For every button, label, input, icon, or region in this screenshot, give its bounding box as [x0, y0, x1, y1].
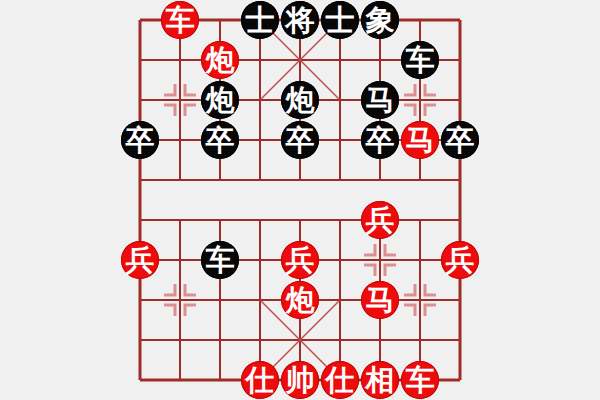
cell-6-3[interactable]: 卒: [360, 120, 400, 160]
cell-5-0[interactable]: 士: [320, 0, 360, 40]
cell-4-6[interactable]: 兵: [280, 240, 320, 280]
piece-black-soldier[interactable]: 卒: [121, 121, 159, 159]
cell-0-9[interactable]: [120, 360, 160, 400]
cell-3-2[interactable]: [240, 80, 280, 120]
cell-4-0[interactable]: 将: [280, 0, 320, 40]
cell-0-4[interactable]: [120, 160, 160, 200]
cell-2-3[interactable]: 卒: [200, 120, 240, 160]
cell-8-4[interactable]: [440, 160, 480, 200]
piece-red-horse[interactable]: 马: [401, 121, 439, 159]
cell-1-1[interactable]: [160, 40, 200, 80]
piece-red-cannon[interactable]: 炮: [201, 41, 239, 79]
piece-black-chariot[interactable]: 车: [201, 241, 239, 279]
cell-4-9[interactable]: 帅: [280, 360, 320, 400]
cell-1-5[interactable]: [160, 200, 200, 240]
piece-black-general[interactable]: 将: [281, 1, 319, 39]
cell-8-8[interactable]: [440, 320, 480, 360]
cell-5-7[interactable]: [320, 280, 360, 320]
cell-4-8[interactable]: [280, 320, 320, 360]
board-intersections: 车士将士象炮车炮炮马卒卒卒卒马卒兵兵车兵兵炮马仕帅仕相车: [120, 0, 480, 400]
cell-1-4[interactable]: [160, 160, 200, 200]
cell-4-3[interactable]: 卒: [280, 120, 320, 160]
cell-5-3[interactable]: [320, 120, 360, 160]
cell-5-4[interactable]: [320, 160, 360, 200]
piece-black-soldier[interactable]: 卒: [281, 121, 319, 159]
piece-red-advisor[interactable]: 仕: [241, 361, 279, 399]
cell-8-2[interactable]: [440, 80, 480, 120]
cell-1-6[interactable]: [160, 240, 200, 280]
cell-3-9[interactable]: 仕: [240, 360, 280, 400]
cell-7-9[interactable]: 车: [400, 360, 440, 400]
cell-6-0[interactable]: 象: [360, 0, 400, 40]
cell-8-1[interactable]: [440, 40, 480, 80]
cell-0-0[interactable]: [120, 0, 160, 40]
cell-2-7[interactable]: [200, 280, 240, 320]
cell-7-2[interactable]: [400, 80, 440, 120]
cell-3-3[interactable]: [240, 120, 280, 160]
cell-3-1[interactable]: [240, 40, 280, 80]
piece-red-soldier[interactable]: 兵: [441, 241, 479, 279]
piece-red-elephant[interactable]: 相: [361, 361, 399, 399]
cell-4-5[interactable]: [280, 200, 320, 240]
piece-black-elephant[interactable]: 象: [361, 1, 399, 39]
cell-7-4[interactable]: [400, 160, 440, 200]
cell-8-6[interactable]: 兵: [440, 240, 480, 280]
cell-2-0[interactable]: [200, 0, 240, 40]
piece-red-general[interactable]: 帅: [281, 361, 319, 399]
cell-4-1[interactable]: [280, 40, 320, 80]
cell-6-1[interactable]: [360, 40, 400, 80]
piece-black-advisor[interactable]: 士: [241, 1, 279, 39]
cell-6-9[interactable]: 相: [360, 360, 400, 400]
cell-1-2[interactable]: [160, 80, 200, 120]
cell-0-1[interactable]: [120, 40, 160, 80]
cell-2-5[interactable]: [200, 200, 240, 240]
piece-black-cannon[interactable]: 炮: [201, 81, 239, 119]
xiangqi-board: 车士将士象炮车炮炮马卒卒卒卒马卒兵兵车兵兵炮马仕帅仕相车: [0, 0, 600, 400]
piece-red-chariot[interactable]: 车: [401, 361, 439, 399]
cell-1-8[interactable]: [160, 320, 200, 360]
piece-black-horse[interactable]: 马: [361, 81, 399, 119]
cell-0-2[interactable]: [120, 80, 160, 120]
cell-7-0[interactable]: [400, 0, 440, 40]
cell-6-8[interactable]: [360, 320, 400, 360]
cell-6-6[interactable]: [360, 240, 400, 280]
cell-5-1[interactable]: [320, 40, 360, 80]
cell-5-2[interactable]: [320, 80, 360, 120]
cell-8-5[interactable]: [440, 200, 480, 240]
cell-5-5[interactable]: [320, 200, 360, 240]
cell-7-5[interactable]: [400, 200, 440, 240]
cell-2-6[interactable]: 车: [200, 240, 240, 280]
cell-6-5[interactable]: 兵: [360, 200, 400, 240]
cell-4-4[interactable]: [280, 160, 320, 200]
cell-4-7[interactable]: 炮: [280, 280, 320, 320]
cell-0-5[interactable]: [120, 200, 160, 240]
cell-6-2[interactable]: 马: [360, 80, 400, 120]
cell-1-7[interactable]: [160, 280, 200, 320]
cell-5-8[interactable]: [320, 320, 360, 360]
cell-7-8[interactable]: [400, 320, 440, 360]
piece-black-soldier[interactable]: 卒: [201, 121, 239, 159]
cell-7-6[interactable]: [400, 240, 440, 280]
cell-0-8[interactable]: [120, 320, 160, 360]
cell-1-3[interactable]: [160, 120, 200, 160]
cell-0-6[interactable]: 兵: [120, 240, 160, 280]
piece-red-horse[interactable]: 马: [361, 281, 399, 319]
piece-black-chariot[interactable]: 车: [401, 41, 439, 79]
cell-1-9[interactable]: [160, 360, 200, 400]
piece-red-advisor[interactable]: 仕: [321, 361, 359, 399]
cell-3-7[interactable]: [240, 280, 280, 320]
cell-3-5[interactable]: [240, 200, 280, 240]
cell-2-8[interactable]: [200, 320, 240, 360]
cell-8-7[interactable]: [440, 280, 480, 320]
cell-7-7[interactable]: [400, 280, 440, 320]
piece-red-soldier[interactable]: 兵: [281, 241, 319, 279]
cell-2-2[interactable]: 炮: [200, 80, 240, 120]
cell-3-6[interactable]: [240, 240, 280, 280]
piece-red-cannon[interactable]: 炮: [281, 281, 319, 319]
cell-3-8[interactable]: [240, 320, 280, 360]
piece-red-chariot[interactable]: 车: [161, 1, 199, 39]
cell-5-6[interactable]: [320, 240, 360, 280]
cell-3-4[interactable]: [240, 160, 280, 200]
cell-1-0[interactable]: 车: [160, 0, 200, 40]
cell-2-9[interactable]: [200, 360, 240, 400]
piece-black-advisor[interactable]: 士: [321, 1, 359, 39]
cell-2-4[interactable]: [200, 160, 240, 200]
piece-red-soldier[interactable]: 兵: [361, 201, 399, 239]
cell-7-1[interactable]: 车: [400, 40, 440, 80]
cell-8-0[interactable]: [440, 0, 480, 40]
piece-black-soldier[interactable]: 卒: [361, 121, 399, 159]
cell-8-9[interactable]: [440, 360, 480, 400]
cell-6-7[interactable]: 马: [360, 280, 400, 320]
piece-black-cannon[interactable]: 炮: [281, 81, 319, 119]
cell-6-4[interactable]: [360, 160, 400, 200]
cell-5-9[interactable]: 仕: [320, 360, 360, 400]
cell-7-3[interactable]: 马: [400, 120, 440, 160]
cell-2-1[interactable]: 炮: [200, 40, 240, 80]
cell-0-3[interactable]: 卒: [120, 120, 160, 160]
cell-8-3[interactable]: 卒: [440, 120, 480, 160]
piece-black-soldier[interactable]: 卒: [441, 121, 479, 159]
cell-4-2[interactable]: 炮: [280, 80, 320, 120]
cell-3-0[interactable]: 士: [240, 0, 280, 40]
piece-red-soldier[interactable]: 兵: [121, 241, 159, 279]
cell-0-7[interactable]: [120, 280, 160, 320]
